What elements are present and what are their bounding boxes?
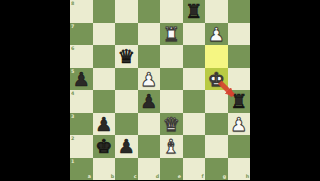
square-d5[interactable]: ♟ — [138, 68, 161, 91]
square-d3[interactable] — [138, 113, 161, 136]
piece-white-pawn[interactable]: ♟ — [208, 23, 225, 46]
square-a6[interactable]: 6 — [70, 45, 93, 68]
file-label-d: d — [156, 174, 159, 179]
square-e6[interactable] — [160, 45, 183, 68]
square-f2[interactable] — [183, 135, 206, 158]
square-c3[interactable] — [115, 113, 138, 136]
rank-label-4: 4 — [71, 91, 74, 96]
piece-black-rook[interactable]: ♜ — [185, 0, 202, 23]
square-c7[interactable] — [115, 23, 138, 46]
square-a3[interactable]: 3 — [70, 113, 93, 136]
square-b7[interactable] — [93, 23, 116, 46]
square-d6[interactable] — [138, 45, 161, 68]
piece-white-bishop[interactable]: ♝ — [163, 135, 180, 158]
square-f6[interactable] — [183, 45, 206, 68]
square-a8[interactable]: 8 — [70, 0, 93, 23]
square-g4[interactable] — [205, 90, 228, 113]
square-c5[interactable] — [115, 68, 138, 91]
square-b1[interactable]: b — [93, 158, 116, 181]
square-g2[interactable] — [205, 135, 228, 158]
file-label-b: b — [111, 174, 114, 179]
square-e4[interactable] — [160, 90, 183, 113]
square-d1[interactable]: d — [138, 158, 161, 181]
square-h5[interactable] — [228, 68, 251, 91]
square-a2[interactable]: 2 — [70, 135, 93, 158]
piece-black-pawn[interactable]: ♟ — [140, 90, 157, 113]
piece-white-pawn[interactable]: ♟ — [230, 113, 247, 136]
square-b3[interactable]: ♟ — [93, 113, 116, 136]
square-f1[interactable]: f — [183, 158, 206, 181]
piece-white-queen[interactable]: ♛ — [163, 113, 180, 136]
square-h3[interactable]: ♟ — [228, 113, 251, 136]
square-c4[interactable] — [115, 90, 138, 113]
piece-black-pawn[interactable]: ♟ — [73, 68, 90, 91]
square-b6[interactable] — [93, 45, 116, 68]
file-label-e: e — [178, 174, 181, 179]
square-a4[interactable]: 4 — [70, 90, 93, 113]
file-label-g: g — [223, 174, 226, 179]
square-a1[interactable]: 1a — [70, 158, 93, 181]
square-g3[interactable] — [205, 113, 228, 136]
rank-label-7: 7 — [71, 24, 74, 29]
chess-board: 8♜7♜♟6♛5♟♟♚4♟♜3♟♛♟2♚♟♝1abcdefgh — [70, 0, 250, 180]
rank-label-6: 6 — [71, 46, 74, 51]
square-h2[interactable] — [228, 135, 251, 158]
square-g6[interactable] — [205, 45, 228, 68]
square-b5[interactable] — [93, 68, 116, 91]
square-g8[interactable] — [205, 0, 228, 23]
square-e3[interactable]: ♛ — [160, 113, 183, 136]
square-f5[interactable] — [183, 68, 206, 91]
video-frame: 8♜7♜♟6♛5♟♟♚4♟♜3♟♛♟2♚♟♝1abcdefgh — [0, 0, 320, 180]
file-label-h: h — [246, 174, 249, 179]
file-label-a: a — [88, 174, 91, 179]
square-h8[interactable] — [228, 0, 251, 23]
piece-white-pawn[interactable]: ♟ — [140, 68, 157, 91]
square-c8[interactable] — [115, 0, 138, 23]
square-g7[interactable]: ♟ — [205, 23, 228, 46]
square-g1[interactable]: g — [205, 158, 228, 181]
square-f8[interactable]: ♜ — [183, 0, 206, 23]
rank-label-3: 3 — [71, 114, 74, 119]
chess-board-area: 8♜7♜♟6♛5♟♟♚4♟♜3♟♛♟2♚♟♝1abcdefgh — [70, 0, 250, 180]
piece-white-king[interactable]: ♚ — [208, 68, 225, 91]
letterbox-right — [250, 0, 320, 180]
square-g5[interactable]: ♚ — [205, 68, 228, 91]
square-f7[interactable] — [183, 23, 206, 46]
square-b4[interactable] — [93, 90, 116, 113]
square-d8[interactable] — [138, 0, 161, 23]
piece-black-pawn[interactable]: ♟ — [95, 113, 112, 136]
square-c6[interactable]: ♛ — [115, 45, 138, 68]
piece-black-pawn[interactable]: ♟ — [118, 135, 135, 158]
square-d4[interactable]: ♟ — [138, 90, 161, 113]
file-label-f: f — [202, 174, 204, 179]
square-a5[interactable]: 5♟ — [70, 68, 93, 91]
square-a7[interactable]: 7 — [70, 23, 93, 46]
piece-black-king[interactable]: ♚ — [95, 135, 112, 158]
square-e7[interactable]: ♜ — [160, 23, 183, 46]
piece-black-queen[interactable]: ♛ — [118, 45, 135, 68]
square-e5[interactable] — [160, 68, 183, 91]
square-f3[interactable] — [183, 113, 206, 136]
square-h4[interactable]: ♜ — [228, 90, 251, 113]
square-b2[interactable]: ♚ — [93, 135, 116, 158]
file-label-c: c — [134, 174, 137, 179]
square-h7[interactable] — [228, 23, 251, 46]
rank-label-8: 8 — [71, 1, 74, 6]
square-f4[interactable] — [183, 90, 206, 113]
piece-white-rook[interactable]: ♜ — [163, 23, 180, 46]
square-e2[interactable]: ♝ — [160, 135, 183, 158]
square-c2[interactable]: ♟ — [115, 135, 138, 158]
square-c1[interactable]: c — [115, 158, 138, 181]
square-h1[interactable]: h — [228, 158, 251, 181]
square-d7[interactable] — [138, 23, 161, 46]
square-e1[interactable]: e — [160, 158, 183, 181]
square-e8[interactable] — [160, 0, 183, 23]
rank-label-1: 1 — [71, 159, 74, 164]
piece-black-rook[interactable]: ♜ — [230, 90, 247, 113]
square-b8[interactable] — [93, 0, 116, 23]
letterbox-left — [0, 0, 70, 180]
square-h6[interactable] — [228, 45, 251, 68]
square-d2[interactable] — [138, 135, 161, 158]
rank-label-2: 2 — [71, 136, 74, 141]
